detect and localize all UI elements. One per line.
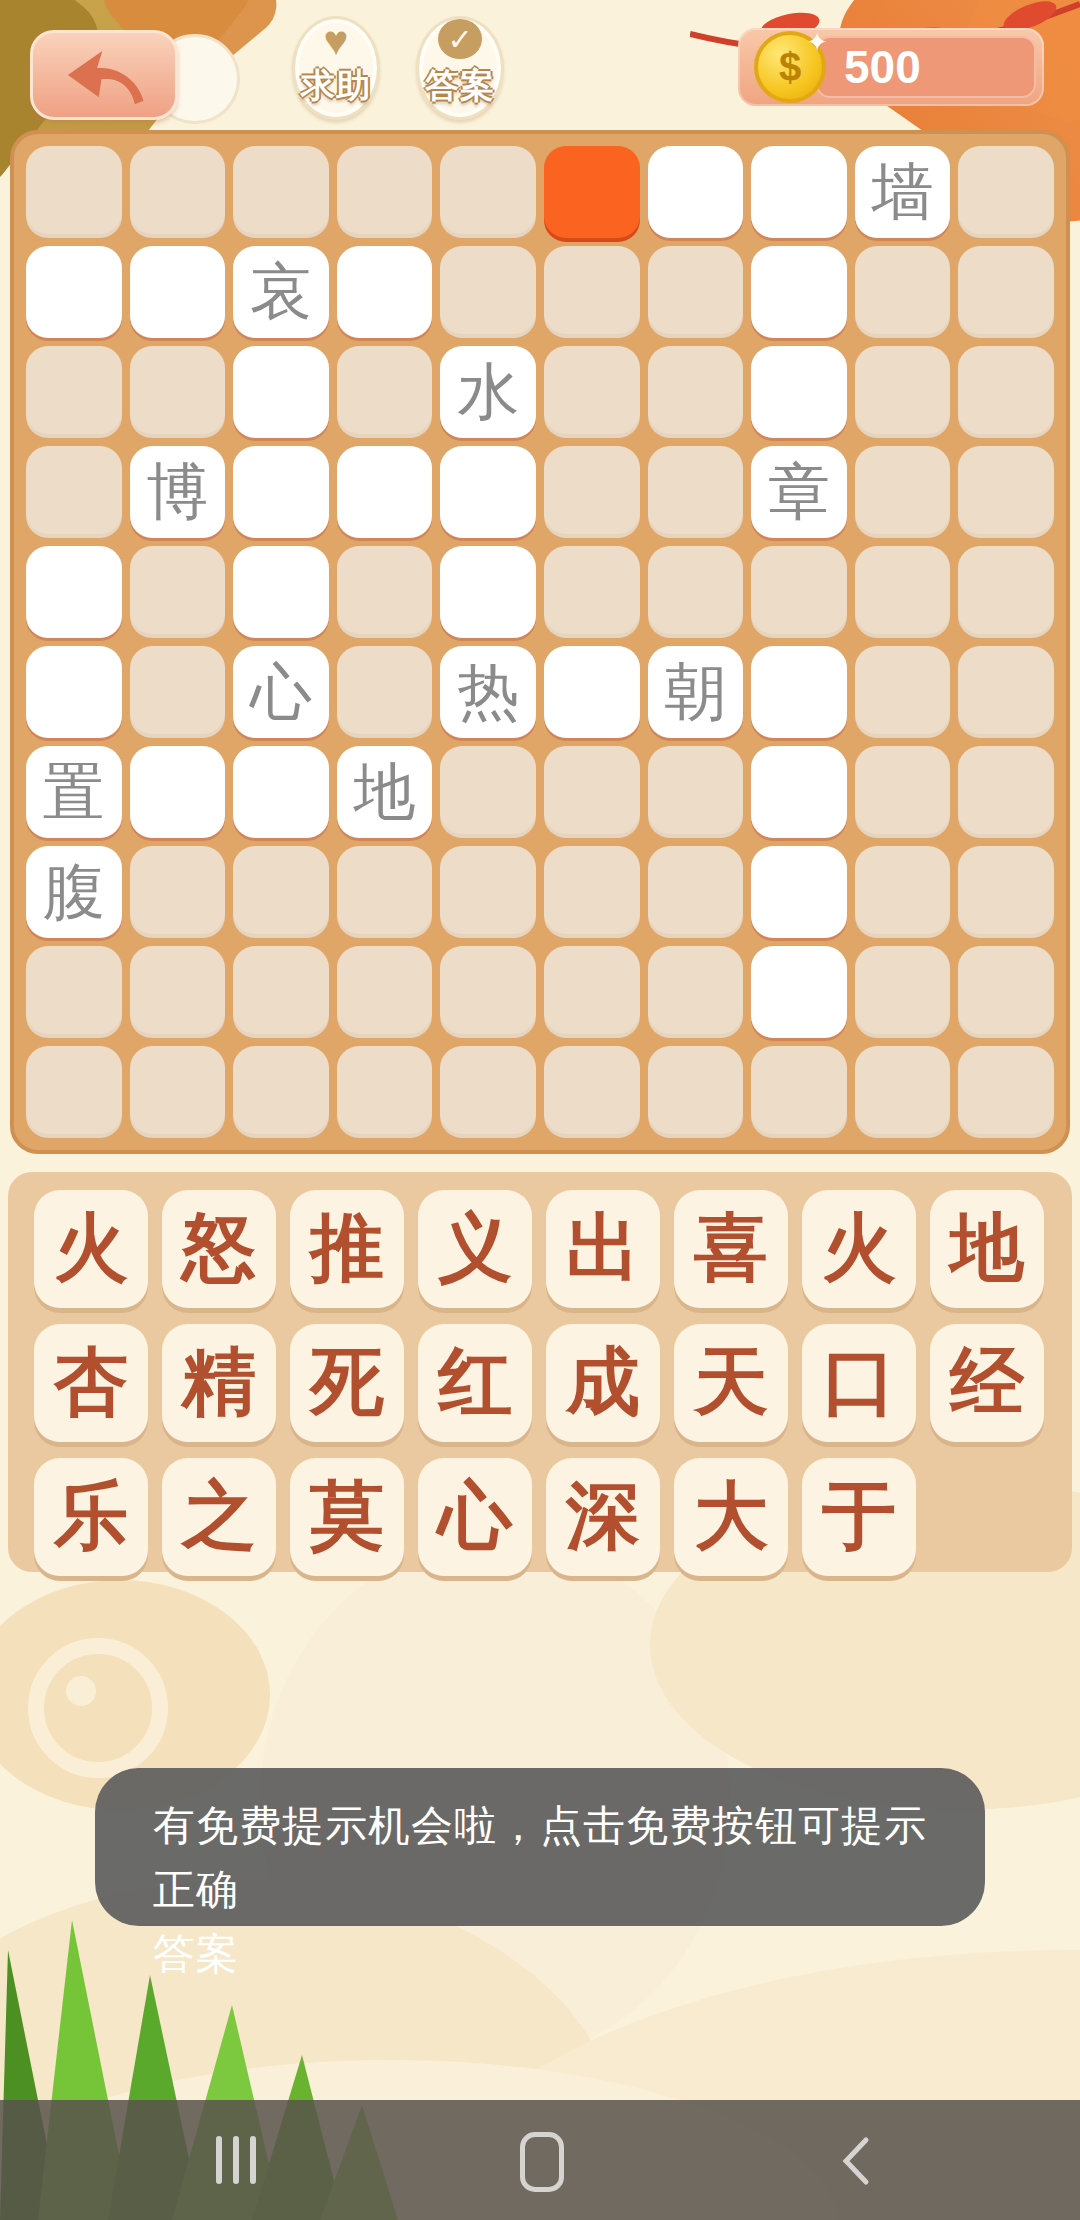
board-cell-blocked: [855, 946, 951, 1038]
board-cell-empty[interactable]: [26, 246, 122, 338]
tray-tile[interactable]: 杏: [34, 1324, 148, 1442]
check-icon: ✓: [438, 19, 482, 59]
board-cell-filled[interactable]: 地: [337, 746, 433, 838]
tray: 火怒推义出喜火地杏精死红成天口经乐之莫心深大于: [8, 1172, 1072, 1572]
toast-text-line: 答案: [153, 1922, 935, 1986]
board-cell-blocked: [440, 246, 536, 338]
board-cell-empty[interactable]: [130, 746, 226, 838]
board-cell-filled[interactable]: 置: [26, 746, 122, 838]
board-cell-filled[interactable]: 博: [130, 446, 226, 538]
board-cell-empty[interactable]: [751, 146, 847, 238]
board-cell-empty[interactable]: [440, 446, 536, 538]
coin-count: 500: [844, 40, 921, 94]
board-cell-blocked: [958, 446, 1054, 538]
tray-tile[interactable]: 火: [802, 1190, 916, 1308]
board-cell-empty[interactable]: [26, 646, 122, 738]
board-cell-blocked: [648, 546, 744, 638]
board-cell-blocked: [958, 146, 1054, 238]
board-cell-blocked: [855, 446, 951, 538]
tray-tile[interactable]: 精: [162, 1324, 276, 1442]
board-cell-blocked: [337, 846, 433, 938]
board-cell-blocked: [233, 846, 329, 938]
board-cell-blocked: [648, 246, 744, 338]
board-cell-blocked: [440, 746, 536, 838]
board-cell-blocked: [337, 346, 433, 438]
board-cell-blocked: [26, 346, 122, 438]
tray-tile[interactable]: 心: [418, 1458, 532, 1576]
board-cell-empty[interactable]: [233, 746, 329, 838]
coin-counter[interactable]: 500 $ ✦: [738, 28, 1044, 106]
board-cell-blocked: [130, 146, 226, 238]
board-cell-filled[interactable]: 心: [233, 646, 329, 738]
board-cell-empty[interactable]: [751, 846, 847, 938]
coin-counter-field: 500: [816, 36, 1036, 98]
recents-icon[interactable]: [216, 2136, 256, 2184]
board-cell-blocked: [337, 1046, 433, 1138]
board-cell-blocked: [130, 346, 226, 438]
board-cell-blocked: [648, 346, 744, 438]
board-cell-blocked: [958, 846, 1054, 938]
board-cell-filled[interactable]: 墙: [855, 146, 951, 238]
board-cell-blocked: [337, 946, 433, 1038]
board-cell-empty[interactable]: [751, 946, 847, 1038]
board-cell-filled[interactable]: 章: [751, 446, 847, 538]
board-cell-blocked: [440, 846, 536, 938]
board-cell-filled[interactable]: 热: [440, 646, 536, 738]
board-cell-selected[interactable]: [544, 146, 640, 238]
board-cell-blocked: [855, 1046, 951, 1138]
home-icon[interactable]: [520, 2132, 564, 2192]
board-cell-blocked: [130, 1046, 226, 1138]
board-cell-empty[interactable]: [233, 346, 329, 438]
board-cell-blocked: [233, 146, 329, 238]
board-cell-filled[interactable]: 水: [440, 346, 536, 438]
back-arrow-icon: [61, 44, 147, 106]
toast-message: 有免费提示机会啦，点击免费按钮可提示正确 答案: [95, 1768, 985, 1926]
tray-tile[interactable]: 怒: [162, 1190, 276, 1308]
board-cell-empty[interactable]: [233, 546, 329, 638]
board-cell-blocked: [544, 546, 640, 638]
board-cell-blocked: [544, 346, 640, 438]
board-cell-blocked: [751, 546, 847, 638]
tray-tile[interactable]: 喜: [674, 1190, 788, 1308]
tray-tile[interactable]: 火: [34, 1190, 148, 1308]
tray-tile[interactable]: 口: [802, 1324, 916, 1442]
cloud-swirl-decoration: [28, 1638, 168, 1778]
help-button-label: 求助: [301, 63, 371, 109]
back-button[interactable]: [30, 30, 178, 120]
tray-tile[interactable]: 推: [290, 1190, 404, 1308]
tray-tile[interactable]: 深: [546, 1458, 660, 1576]
board-cell-blocked: [958, 1046, 1054, 1138]
board-cell-blocked: [233, 946, 329, 1038]
board-cell-blocked: [544, 1046, 640, 1138]
board-cell-blocked: [130, 646, 226, 738]
board-cell-blocked: [855, 846, 951, 938]
board-cell-blocked: [958, 946, 1054, 1038]
tray-tile[interactable]: 出: [546, 1190, 660, 1308]
tray-tile[interactable]: 经: [930, 1324, 1044, 1442]
board-cell-empty[interactable]: [26, 546, 122, 638]
board-cell-blocked: [26, 1046, 122, 1138]
board-cell-filled[interactable]: 朝: [648, 646, 744, 738]
board-cell-empty[interactable]: [751, 646, 847, 738]
board-cell-blocked: [130, 946, 226, 1038]
board-cell-blocked: [337, 546, 433, 638]
tray-row: 乐之莫心深大于: [34, 1458, 1046, 1576]
board-cell-blocked: [440, 1046, 536, 1138]
board-cell-blocked: [544, 746, 640, 838]
board-cell-blocked: [855, 346, 951, 438]
board-cell-empty[interactable]: [751, 246, 847, 338]
board-cell-blocked: [648, 846, 744, 938]
board-cell-filled[interactable]: 哀: [233, 246, 329, 338]
board-cell-blocked: [26, 946, 122, 1038]
back-icon[interactable]: [838, 2136, 872, 2186]
board-cell-blocked: [958, 246, 1054, 338]
toast-text-line: 有免费提示机会啦，点击免费按钮可提示正确: [153, 1794, 935, 1922]
tray-tile[interactable]: 乐: [34, 1458, 148, 1576]
board-cell-blocked: [26, 446, 122, 538]
tray-tile[interactable]: 红: [418, 1324, 532, 1442]
board-cell-blocked: [751, 1046, 847, 1138]
tray-tile[interactable]: 莫: [290, 1458, 404, 1576]
sparkle-icon: ✦: [806, 27, 828, 58]
board-cell-blocked: [648, 946, 744, 1038]
board-cell-empty[interactable]: [544, 646, 640, 738]
board-cell-empty[interactable]: [233, 446, 329, 538]
board-cell-blocked: [544, 446, 640, 538]
board-cell-blocked: [958, 746, 1054, 838]
board-cell-blocked: [440, 946, 536, 1038]
board-cell-blocked: [958, 546, 1054, 638]
board-cell-blocked: [855, 646, 951, 738]
board-cell-blocked: [855, 246, 951, 338]
board-cell-empty[interactable]: [648, 146, 744, 238]
board-cell-empty[interactable]: [440, 546, 536, 638]
board-cell-blocked: [233, 1046, 329, 1138]
board-cell-blocked: [648, 1046, 744, 1138]
board-cell-empty[interactable]: [337, 446, 433, 538]
tray-tile[interactable]: 地: [930, 1190, 1044, 1308]
board-cell-empty[interactable]: [751, 746, 847, 838]
app-root: ♥ 求助 ✓ 答案 500 $ ✦ 墙哀水博章心热朝置地腹 火怒推义出喜火地杏精…: [0, 0, 1080, 2220]
board-cell-blocked: [544, 846, 640, 938]
help-button[interactable]: ♥ 求助: [292, 16, 380, 120]
tray-tile[interactable]: 于: [802, 1458, 916, 1576]
board-cell-blocked: [855, 546, 951, 638]
board-cell-blocked: [130, 846, 226, 938]
answer-button-label: 答案: [425, 63, 495, 109]
tray-tile[interactable]: 天: [674, 1324, 788, 1442]
board-cell-blocked: [337, 646, 433, 738]
tray-row: 杏精死红成天口经: [34, 1324, 1046, 1442]
board-cell-blocked: [648, 446, 744, 538]
answer-button[interactable]: ✓ 答案: [416, 16, 504, 120]
tray-tile[interactable]: 死: [290, 1324, 404, 1442]
board-cell-empty[interactable]: [337, 246, 433, 338]
tray-row: 火怒推义出喜火地: [34, 1190, 1046, 1308]
android-nav-bar: [0, 2100, 1080, 2220]
board-cell-blocked: [544, 946, 640, 1038]
heart-icon: ♥: [324, 21, 349, 61]
board-cell-blocked: [958, 346, 1054, 438]
board-cell-blocked: [337, 146, 433, 238]
board-cell-blocked: [855, 746, 951, 838]
board-cell-blocked: [130, 546, 226, 638]
board-cell-empty[interactable]: [130, 246, 226, 338]
board-cell-blocked: [440, 146, 536, 238]
board-cell-filled[interactable]: 腹: [26, 846, 122, 938]
board-cell-blocked: [544, 246, 640, 338]
board-cell-blocked: [958, 646, 1054, 738]
tray-tile[interactable]: 成: [546, 1324, 660, 1442]
coin-icon: $ ✦: [754, 31, 826, 103]
board-cell-blocked: [648, 746, 744, 838]
board: 墙哀水博章心热朝置地腹: [10, 130, 1070, 1154]
board-cell-empty[interactable]: [751, 346, 847, 438]
cloud-swirl-decoration: [66, 1676, 96, 1706]
tray-tile[interactable]: 大: [674, 1458, 788, 1576]
board-cell-blocked: [26, 146, 122, 238]
tray-tile[interactable]: 之: [162, 1458, 276, 1576]
tray-tile[interactable]: 义: [418, 1190, 532, 1308]
